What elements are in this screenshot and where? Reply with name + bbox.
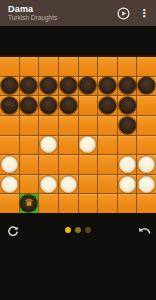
square-g1[interactable] xyxy=(118,194,137,213)
black-man[interactable] xyxy=(20,97,37,114)
square-e2[interactable] xyxy=(79,175,98,194)
square-b6[interactable] xyxy=(20,96,39,115)
square-c8[interactable] xyxy=(39,57,58,76)
square-e3[interactable] xyxy=(79,155,98,174)
square-c3[interactable] xyxy=(39,155,58,174)
square-b8[interactable] xyxy=(20,57,39,76)
undo-icon[interactable] xyxy=(137,223,151,239)
black-man[interactable] xyxy=(40,97,57,114)
square-f7[interactable] xyxy=(98,77,117,96)
square-c2[interactable] xyxy=(39,175,58,194)
square-b3[interactable] xyxy=(20,155,39,174)
square-h6[interactable] xyxy=(137,96,156,115)
play-circle-icon[interactable] xyxy=(116,5,130,21)
square-c7[interactable] xyxy=(39,77,58,96)
progress-dot-1 xyxy=(65,227,71,233)
dama-board: ♛ xyxy=(0,55,156,213)
square-d5[interactable] xyxy=(59,116,78,135)
square-h2[interactable] xyxy=(137,175,156,194)
square-g8[interactable] xyxy=(118,57,137,76)
square-f3[interactable] xyxy=(98,155,117,174)
square-g6[interactable] xyxy=(118,96,137,115)
square-a4[interactable] xyxy=(0,136,19,155)
square-e1[interactable] xyxy=(79,194,98,213)
black-man[interactable] xyxy=(1,77,18,94)
white-man[interactable] xyxy=(138,176,155,193)
square-a3[interactable] xyxy=(0,155,19,174)
black-king[interactable]: ♛ xyxy=(20,195,37,212)
square-e7[interactable] xyxy=(79,77,98,96)
square-a5[interactable] xyxy=(0,116,19,135)
white-man[interactable] xyxy=(1,156,18,173)
white-man[interactable] xyxy=(1,176,18,193)
black-man[interactable] xyxy=(99,97,116,114)
app-title: Dama xyxy=(8,5,57,14)
white-man[interactable] xyxy=(138,156,155,173)
square-a1[interactable] xyxy=(0,194,19,213)
square-d3[interactable] xyxy=(59,155,78,174)
square-h7[interactable] xyxy=(137,77,156,96)
black-man[interactable] xyxy=(119,97,136,114)
black-man[interactable] xyxy=(119,77,136,94)
square-c5[interactable] xyxy=(39,116,58,135)
black-man[interactable] xyxy=(138,77,155,94)
black-man[interactable] xyxy=(60,97,77,114)
square-a8[interactable] xyxy=(0,57,19,76)
app-titles: Dama Turkish Draughts xyxy=(8,5,57,22)
square-d7[interactable] xyxy=(59,77,78,96)
square-f8[interactable] xyxy=(98,57,117,76)
square-f2[interactable] xyxy=(98,175,117,194)
white-man[interactable] xyxy=(119,176,136,193)
black-man[interactable] xyxy=(99,77,116,94)
black-man[interactable] xyxy=(20,77,37,94)
square-e8[interactable] xyxy=(79,57,98,76)
square-d2[interactable] xyxy=(59,175,78,194)
square-c6[interactable] xyxy=(39,96,58,115)
square-a7[interactable] xyxy=(0,77,19,96)
square-f5[interactable] xyxy=(98,116,117,135)
white-man[interactable] xyxy=(79,136,96,153)
square-d1[interactable] xyxy=(59,194,78,213)
black-man[interactable] xyxy=(79,77,96,94)
square-f1[interactable] xyxy=(98,194,117,213)
bottom-controls xyxy=(0,221,156,239)
square-e6[interactable] xyxy=(79,96,98,115)
progress-dot-3 xyxy=(85,227,91,233)
square-c4[interactable] xyxy=(39,136,58,155)
square-e5[interactable] xyxy=(79,116,98,135)
square-h5[interactable] xyxy=(137,116,156,135)
square-h3[interactable] xyxy=(137,155,156,174)
square-f4[interactable] xyxy=(98,136,117,155)
square-h8[interactable] xyxy=(137,57,156,76)
square-c1[interactable] xyxy=(39,194,58,213)
white-man[interactable] xyxy=(119,156,136,173)
square-g3[interactable] xyxy=(118,155,137,174)
white-man[interactable] xyxy=(60,176,77,193)
black-man[interactable] xyxy=(60,77,77,94)
square-d6[interactable] xyxy=(59,96,78,115)
white-man[interactable] xyxy=(40,176,57,193)
square-a2[interactable] xyxy=(0,175,19,194)
king-crown-icon: ♛ xyxy=(24,198,33,208)
square-g5[interactable] xyxy=(118,116,137,135)
square-d4[interactable] xyxy=(59,136,78,155)
square-h4[interactable] xyxy=(137,136,156,155)
square-b5[interactable] xyxy=(20,116,39,135)
progress-dot-2 xyxy=(75,227,81,233)
square-h1[interactable] xyxy=(137,194,156,213)
overflow-menu-icon[interactable]: ⋮ xyxy=(137,5,151,21)
square-f6[interactable] xyxy=(98,96,117,115)
app-bar: Dama Turkish Draughts ⋮ xyxy=(0,0,156,26)
square-g4[interactable] xyxy=(118,136,137,155)
black-man[interactable] xyxy=(1,97,18,114)
square-g7[interactable] xyxy=(118,77,137,96)
white-man[interactable] xyxy=(40,136,57,153)
progress-dots xyxy=(0,221,156,239)
square-a6[interactable] xyxy=(0,96,19,115)
square-g2[interactable] xyxy=(118,175,137,194)
square-d8[interactable] xyxy=(59,57,78,76)
black-man[interactable] xyxy=(40,77,57,94)
square-b7[interactable] xyxy=(20,77,39,96)
square-b2[interactable] xyxy=(20,175,39,194)
black-man[interactable] xyxy=(119,117,136,134)
square-e4[interactable] xyxy=(79,136,98,155)
square-b4[interactable] xyxy=(20,136,39,155)
square-b1[interactable]: ♛ xyxy=(20,194,39,213)
app-subtitle: Turkish Draughts xyxy=(8,15,57,22)
